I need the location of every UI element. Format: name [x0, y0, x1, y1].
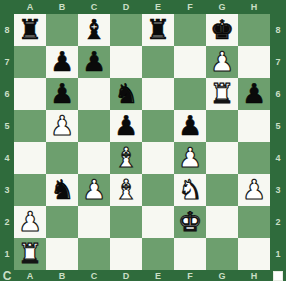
- square-b3[interactable]: ♞: [46, 174, 78, 206]
- piece-black-pawn: ♟: [82, 46, 106, 78]
- piece-black-bishop: ♝: [82, 14, 106, 46]
- chess-board-diagram: ABCDEFGH 87654321 87654321 ABCDEFGH ♜♝♜♚…: [0, 0, 286, 281]
- square-h1[interactable]: [238, 238, 270, 270]
- file-label-f: F: [174, 0, 206, 14]
- square-d4[interactable]: ♝: [110, 142, 142, 174]
- rank-label-1: 1: [0, 238, 14, 270]
- square-h5[interactable]: [238, 110, 270, 142]
- rank-labels-right: 87654321: [270, 14, 286, 270]
- rank-label-3: 3: [0, 174, 14, 206]
- file-labels-bottom: ABCDEFGH: [14, 270, 270, 281]
- square-g1[interactable]: [206, 238, 238, 270]
- square-b6[interactable]: ♟: [46, 78, 78, 110]
- square-h6[interactable]: ♟: [238, 78, 270, 110]
- square-g2[interactable]: [206, 206, 238, 238]
- rank-label-6: 6: [0, 78, 14, 110]
- piece-white-pawn: ♟: [18, 206, 42, 238]
- square-e4[interactable]: [142, 142, 174, 174]
- rank-label-8: 8: [270, 14, 286, 46]
- piece-black-knight: ♞: [50, 174, 74, 206]
- square-e2[interactable]: [142, 206, 174, 238]
- square-f3[interactable]: ♞: [174, 174, 206, 206]
- square-d8[interactable]: [110, 14, 142, 46]
- chessbase-logo: C: [0, 270, 14, 281]
- square-d7[interactable]: [110, 46, 142, 78]
- square-c1[interactable]: [78, 238, 110, 270]
- piece-black-king: ♚: [210, 14, 234, 46]
- square-c4[interactable]: [78, 142, 110, 174]
- square-b1[interactable]: [46, 238, 78, 270]
- piece-black-pawn: ♟: [50, 46, 74, 78]
- rank-label-7: 7: [0, 46, 14, 78]
- piece-white-pawn: ♟: [82, 174, 106, 206]
- piece-black-pawn: ♟: [50, 78, 74, 110]
- piece-white-rook: ♜: [18, 238, 42, 270]
- square-h8[interactable]: [238, 14, 270, 46]
- rank-label-1: 1: [270, 238, 286, 270]
- white-to-move-indicator: [273, 271, 283, 281]
- square-e1[interactable]: [142, 238, 174, 270]
- square-g8[interactable]: ♚: [206, 14, 238, 46]
- file-label-g: G: [206, 270, 238, 281]
- square-c2[interactable]: [78, 206, 110, 238]
- file-label-a: A: [14, 0, 46, 14]
- square-a7[interactable]: [14, 46, 46, 78]
- piece-black-rook: ♜: [18, 14, 42, 46]
- file-labels-top: ABCDEFGH: [14, 0, 270, 14]
- side-to-move-corner: [270, 270, 286, 281]
- square-h7[interactable]: [238, 46, 270, 78]
- file-label-h: H: [238, 0, 270, 14]
- square-b5[interactable]: ♟: [46, 110, 78, 142]
- square-a3[interactable]: [14, 174, 46, 206]
- rank-label-2: 2: [270, 206, 286, 238]
- rank-label-2: 2: [0, 206, 14, 238]
- square-g7[interactable]: ♟: [206, 46, 238, 78]
- square-f4[interactable]: ♟: [174, 142, 206, 174]
- file-label-d: D: [110, 0, 142, 14]
- square-e8[interactable]: ♜: [142, 14, 174, 46]
- piece-white-king: ♚: [178, 206, 202, 238]
- piece-white-pawn: ♟: [242, 174, 266, 206]
- square-b8[interactable]: [46, 14, 78, 46]
- square-d5[interactable]: ♟: [110, 110, 142, 142]
- square-d2[interactable]: [110, 206, 142, 238]
- square-g4[interactable]: [206, 142, 238, 174]
- square-b7[interactable]: ♟: [46, 46, 78, 78]
- square-f1[interactable]: [174, 238, 206, 270]
- square-d6[interactable]: ♞: [110, 78, 142, 110]
- rank-label-4: 4: [0, 142, 14, 174]
- square-c6[interactable]: [78, 78, 110, 110]
- square-h3[interactable]: ♟: [238, 174, 270, 206]
- piece-white-pawn: ♟: [210, 46, 234, 78]
- square-f6[interactable]: [174, 78, 206, 110]
- square-g5[interactable]: [206, 110, 238, 142]
- square-e7[interactable]: [142, 46, 174, 78]
- square-h2[interactable]: [238, 206, 270, 238]
- square-a1[interactable]: ♜: [14, 238, 46, 270]
- file-label-b: B: [46, 0, 78, 14]
- piece-black-rook: ♜: [146, 14, 170, 46]
- piece-black-pawn: ♟: [178, 110, 202, 142]
- file-label-c: C: [78, 270, 110, 281]
- rank-label-8: 8: [0, 14, 14, 46]
- rank-label-7: 7: [270, 46, 286, 78]
- square-a5[interactable]: [14, 110, 46, 142]
- square-a4[interactable]: [14, 142, 46, 174]
- file-label-e: E: [142, 0, 174, 14]
- rank-label-3: 3: [270, 174, 286, 206]
- rank-label-5: 5: [0, 110, 14, 142]
- square-c8[interactable]: ♝: [78, 14, 110, 46]
- square-c3[interactable]: ♟: [78, 174, 110, 206]
- piece-white-rook: ♜: [210, 78, 234, 110]
- square-f8[interactable]: [174, 14, 206, 46]
- square-b4[interactable]: [46, 142, 78, 174]
- square-g6[interactable]: ♜: [206, 78, 238, 110]
- rank-labels-left: 87654321: [0, 14, 14, 270]
- file-label-d: D: [110, 270, 142, 281]
- square-b2[interactable]: [46, 206, 78, 238]
- piece-black-knight: ♞: [114, 78, 138, 110]
- piece-white-pawn: ♟: [50, 110, 74, 142]
- square-a8[interactable]: ♜: [14, 14, 46, 46]
- square-g3[interactable]: [206, 174, 238, 206]
- square-a6[interactable]: [14, 78, 46, 110]
- file-label-c: C: [78, 0, 110, 14]
- square-e5[interactable]: [142, 110, 174, 142]
- piece-black-pawn: ♟: [242, 78, 266, 110]
- file-label-e: E: [142, 270, 174, 281]
- square-f2[interactable]: ♚: [174, 206, 206, 238]
- square-f5[interactable]: ♟: [174, 110, 206, 142]
- piece-black-pawn: ♟: [114, 110, 138, 142]
- piece-white-knight: ♞: [178, 174, 202, 206]
- file-label-f: F: [174, 270, 206, 281]
- file-label-h: H: [238, 270, 270, 281]
- square-c5[interactable]: [78, 110, 110, 142]
- square-a2[interactable]: ♟: [14, 206, 46, 238]
- square-h4[interactable]: [238, 142, 270, 174]
- board-grid: ♜♝♜♚♟♟♟♟♞♜♟♟♟♟♝♟♞♟♝♞♟♟♚♜: [14, 14, 270, 270]
- piece-white-bishop: ♝: [114, 142, 138, 174]
- piece-white-pawn: ♟: [178, 142, 202, 174]
- square-d3[interactable]: ♝: [110, 174, 142, 206]
- rank-label-4: 4: [270, 142, 286, 174]
- square-d1[interactable]: [110, 238, 142, 270]
- file-label-a: A: [14, 270, 46, 281]
- square-f7[interactable]: [174, 46, 206, 78]
- square-e3[interactable]: [142, 174, 174, 206]
- file-label-g: G: [206, 0, 238, 14]
- square-c7[interactable]: ♟: [78, 46, 110, 78]
- piece-white-bishop: ♝: [114, 174, 138, 206]
- rank-label-5: 5: [270, 110, 286, 142]
- square-e6[interactable]: [142, 78, 174, 110]
- rank-label-6: 6: [270, 78, 286, 110]
- file-label-b: B: [46, 270, 78, 281]
